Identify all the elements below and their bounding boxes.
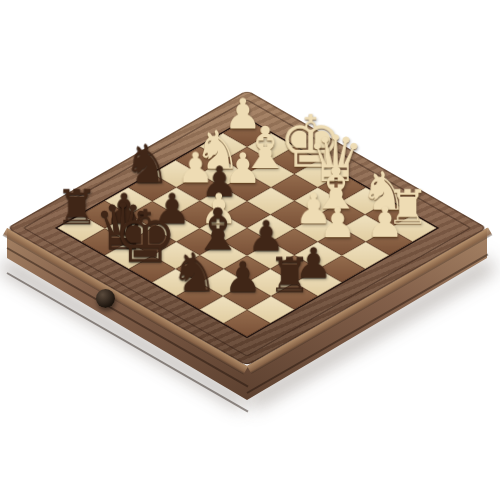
black-knight[interactable]: ♞ — [123, 137, 171, 190]
black-rook[interactable]: ♜ — [55, 183, 98, 231]
chess-box-top: ♟♚♛♞♜♝♝♟♞♟♟♟♟♟♞♟♟♟♟♝♜♟♟♜♛♚♞ — [7, 90, 488, 366]
white-pawn[interactable]: ♟ — [366, 202, 404, 244]
product-photo-scene: ♟♚♛♞♜♝♝♟♞♟♟♟♟♟♞♟♟♟♟♝♜♟♟♜♛♚♞ — [0, 0, 500, 500]
black-pawn[interactable]: ♟ — [224, 256, 262, 298]
black-knight[interactable]: ♞ — [171, 246, 219, 299]
white-pawn[interactable]: ♟ — [319, 202, 357, 244]
chess-board-frame: ♟♚♛♞♜♝♝♟♞♟♟♟♟♟♞♟♟♟♟♝♜♟♟♜♛♚♞ — [7, 90, 488, 366]
drawer-knob[interactable] — [96, 289, 115, 308]
black-king[interactable]: ♚ — [113, 201, 178, 273]
black-rook[interactable]: ♜ — [268, 251, 311, 299]
square-d8[interactable]: ♚ — [129, 255, 176, 282]
